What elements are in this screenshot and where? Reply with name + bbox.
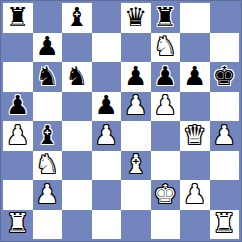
- piece-black-king[interactable]: ♚: [213, 63, 236, 89]
- square-e2[interactable]: [121, 180, 151, 210]
- square-d8[interactable]: [92, 3, 122, 33]
- square-b3[interactable]: ♞: [33, 151, 63, 181]
- square-h2[interactable]: [210, 180, 240, 210]
- piece-black-rook[interactable]: ♜: [6, 4, 29, 30]
- square-h4[interactable]: ♟: [210, 121, 240, 151]
- square-h1[interactable]: ♜: [210, 210, 240, 240]
- piece-white-pawn[interactable]: ♟: [6, 122, 29, 148]
- square-a5[interactable]: ♟: [3, 92, 33, 122]
- square-c5[interactable]: [62, 92, 92, 122]
- piece-white-queen[interactable]: ♛: [183, 122, 206, 148]
- square-b1[interactable]: [33, 210, 63, 240]
- piece-white-pawn[interactable]: ♟: [124, 92, 147, 118]
- square-d1[interactable]: [92, 210, 122, 240]
- square-g4[interactable]: ♛: [180, 121, 210, 151]
- piece-black-pawn[interactable]: ♟: [154, 63, 177, 89]
- square-g8[interactable]: [180, 3, 210, 33]
- square-d3[interactable]: [92, 151, 122, 181]
- square-d6[interactable]: [92, 62, 122, 92]
- piece-white-knight[interactable]: ♞: [154, 33, 177, 59]
- square-d7[interactable]: [92, 33, 122, 63]
- piece-white-pawn[interactable]: ♟: [213, 122, 236, 148]
- square-a3[interactable]: [3, 151, 33, 181]
- square-e4[interactable]: [121, 121, 151, 151]
- square-h5[interactable]: [210, 92, 240, 122]
- chess-board-frame: ♜♝♛♜♟♞♞♞♟♟♟♚♟♟♟♟♟♝♟♛♟♞♝♟♚♟♜♜: [0, 0, 242, 242]
- square-e5[interactable]: ♟: [121, 92, 151, 122]
- square-e6[interactable]: ♟: [121, 62, 151, 92]
- piece-black-pawn[interactable]: ♟: [124, 63, 147, 89]
- square-f2[interactable]: ♚: [151, 180, 181, 210]
- square-g2[interactable]: ♟: [180, 180, 210, 210]
- piece-black-knight[interactable]: ♞: [36, 63, 59, 89]
- square-h3[interactable]: [210, 151, 240, 181]
- square-h8[interactable]: [210, 3, 240, 33]
- piece-black-pawn[interactable]: ♟: [6, 92, 29, 118]
- piece-black-queen[interactable]: ♛: [124, 4, 147, 30]
- piece-white-pawn[interactable]: ♟: [36, 181, 59, 207]
- piece-white-knight[interactable]: ♞: [36, 151, 59, 177]
- square-a1[interactable]: ♜: [3, 210, 33, 240]
- square-b6[interactable]: ♞: [33, 62, 63, 92]
- square-e1[interactable]: [121, 210, 151, 240]
- square-a2[interactable]: [3, 180, 33, 210]
- square-c8[interactable]: ♝: [62, 3, 92, 33]
- square-f1[interactable]: [151, 210, 181, 240]
- square-b8[interactable]: [33, 3, 63, 33]
- piece-black-rook[interactable]: ♜: [154, 4, 177, 30]
- square-f6[interactable]: ♟: [151, 62, 181, 92]
- piece-black-bishop[interactable]: ♝: [36, 122, 59, 148]
- piece-white-rook[interactable]: ♜: [6, 210, 29, 236]
- square-g5[interactable]: [180, 92, 210, 122]
- square-f7[interactable]: ♞: [151, 33, 181, 63]
- square-d4[interactable]: ♟: [92, 121, 122, 151]
- piece-black-pawn[interactable]: ♟: [36, 33, 59, 59]
- piece-white-king[interactable]: ♚: [154, 181, 177, 207]
- square-f3[interactable]: [151, 151, 181, 181]
- square-g1[interactable]: [180, 210, 210, 240]
- piece-white-pawn[interactable]: ♟: [154, 92, 177, 118]
- piece-white-rook[interactable]: ♜: [213, 210, 236, 236]
- square-a6[interactable]: [3, 62, 33, 92]
- square-c4[interactable]: [62, 121, 92, 151]
- square-b4[interactable]: ♝: [33, 121, 63, 151]
- square-e8[interactable]: ♛: [121, 3, 151, 33]
- square-g6[interactable]: ♟: [180, 62, 210, 92]
- piece-black-pawn[interactable]: ♟: [183, 63, 206, 89]
- square-c2[interactable]: [62, 180, 92, 210]
- chess-board: ♜♝♛♜♟♞♞♞♟♟♟♚♟♟♟♟♟♝♟♛♟♞♝♟♚♟♜♜: [3, 3, 239, 239]
- piece-black-pawn[interactable]: ♟: [95, 92, 118, 118]
- square-e7[interactable]: [121, 33, 151, 63]
- square-f8[interactable]: ♜: [151, 3, 181, 33]
- square-h7[interactable]: [210, 33, 240, 63]
- piece-black-bishop[interactable]: ♝: [65, 4, 88, 30]
- square-a4[interactable]: ♟: [3, 121, 33, 151]
- square-c1[interactable]: [62, 210, 92, 240]
- square-f5[interactable]: ♟: [151, 92, 181, 122]
- square-f4[interactable]: [151, 121, 181, 151]
- square-g3[interactable]: [180, 151, 210, 181]
- square-c6[interactable]: ♞: [62, 62, 92, 92]
- square-b2[interactable]: ♟: [33, 180, 63, 210]
- square-b7[interactable]: ♟: [33, 33, 63, 63]
- square-d2[interactable]: [92, 180, 122, 210]
- square-c7[interactable]: [62, 33, 92, 63]
- square-h6[interactable]: ♚: [210, 62, 240, 92]
- piece-black-knight[interactable]: ♞: [65, 63, 88, 89]
- piece-white-pawn[interactable]: ♟: [183, 181, 206, 207]
- piece-white-bishop[interactable]: ♝: [124, 151, 147, 177]
- square-b5[interactable]: [33, 92, 63, 122]
- square-e3[interactable]: ♝: [121, 151, 151, 181]
- square-g7[interactable]: [180, 33, 210, 63]
- square-c3[interactable]: [62, 151, 92, 181]
- square-a7[interactable]: [3, 33, 33, 63]
- square-a8[interactable]: ♜: [3, 3, 33, 33]
- piece-white-pawn[interactable]: ♟: [95, 122, 118, 148]
- square-d5[interactable]: ♟: [92, 92, 122, 122]
